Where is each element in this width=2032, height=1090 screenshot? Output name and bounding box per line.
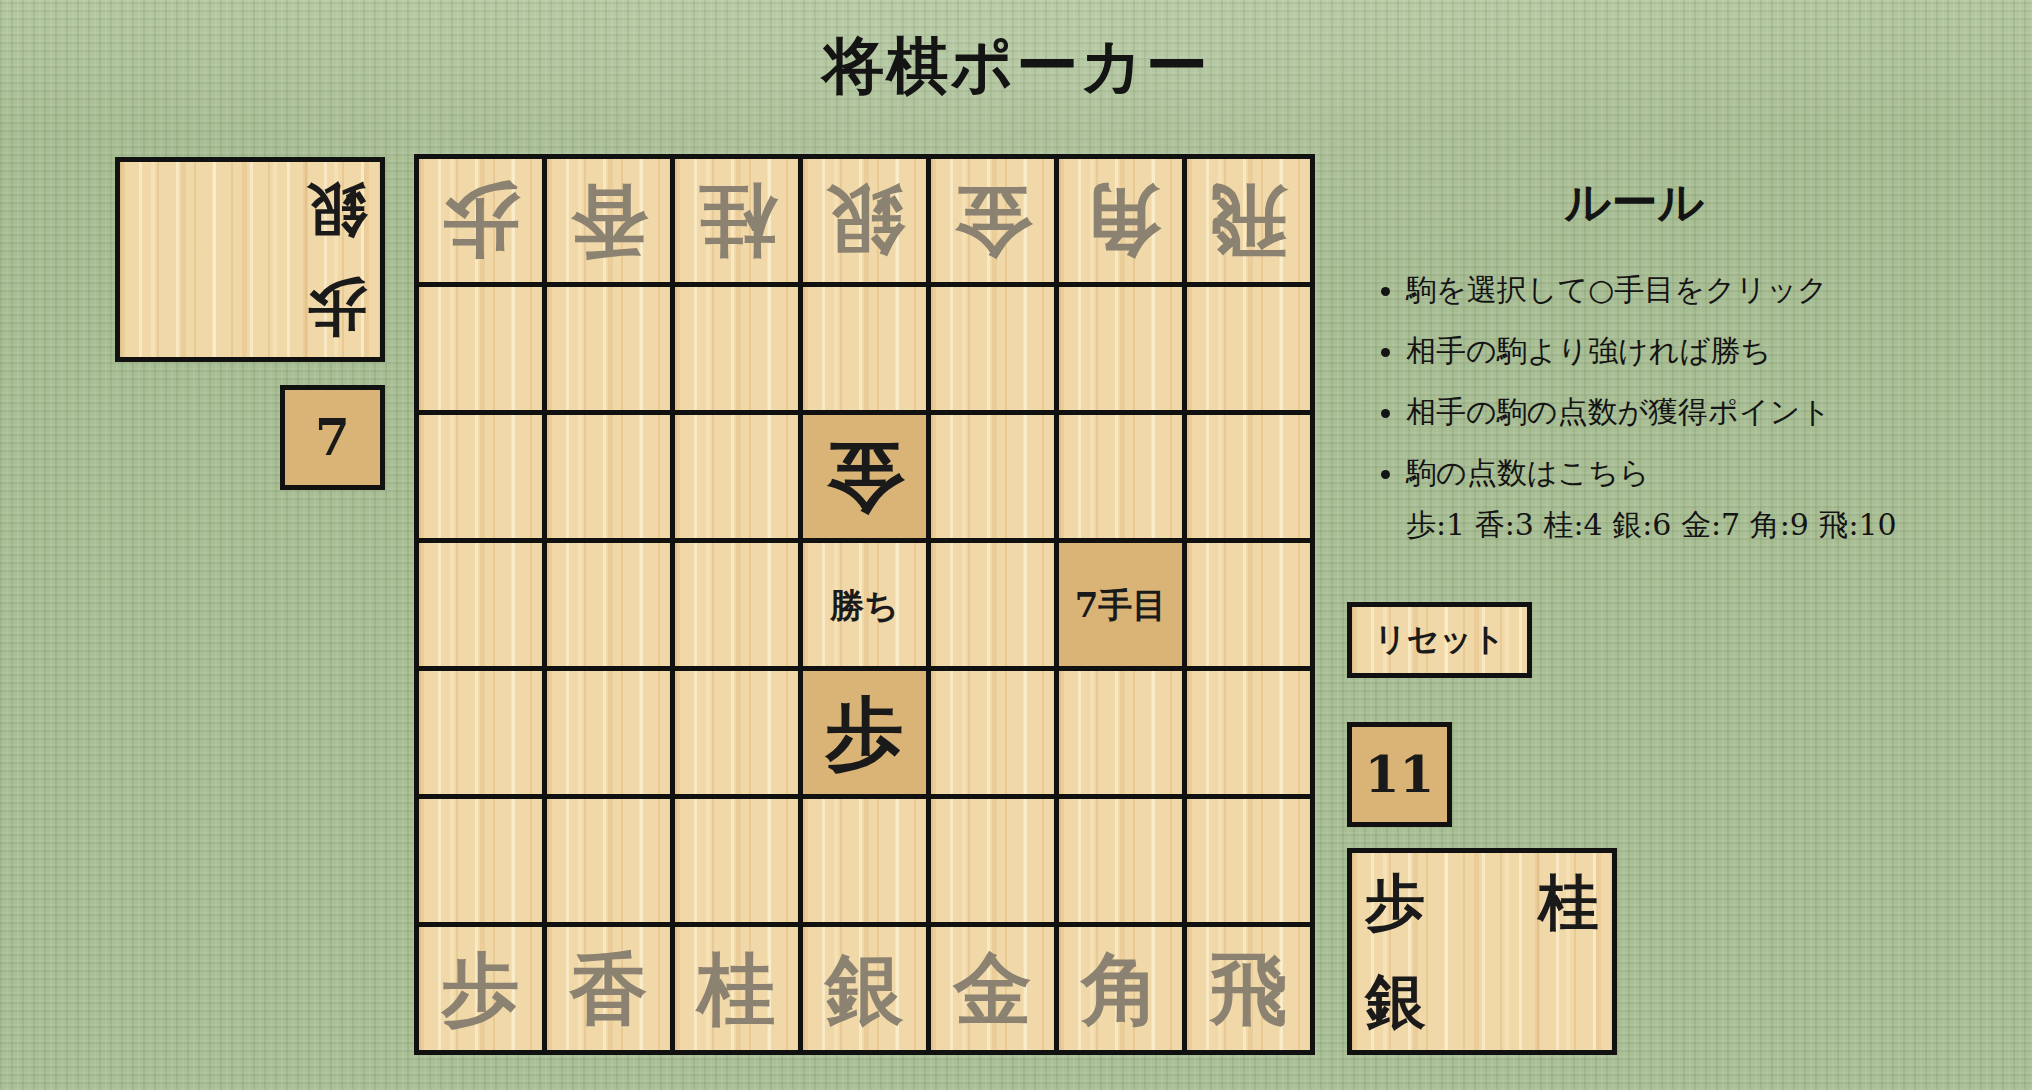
- cell-label-7手目: 7手目: [1075, 588, 1167, 622]
- piece-歩: 歩: [442, 182, 520, 260]
- piece-歩: 歩: [1365, 872, 1425, 932]
- board-cell-r6c0[interactable]: 歩: [419, 927, 547, 1055]
- board-cell-r0c3[interactable]: 銀: [803, 159, 931, 287]
- board-cell-r5c3[interactable]: [803, 799, 931, 927]
- opponent-score-box: 7: [280, 385, 385, 490]
- rule-item-1: 駒を選択して○手目をクリック: [1406, 272, 2032, 308]
- piece-歩: 歩: [307, 278, 367, 338]
- page-title: 将棋ポーカー: [823, 24, 1210, 108]
- board-cell-r1c0[interactable]: [419, 287, 547, 415]
- piece-飛: 飛: [1210, 182, 1288, 260]
- board-cell-r3c6[interactable]: [1187, 543, 1315, 671]
- board-cell-r1c6[interactable]: [1187, 287, 1315, 415]
- board-cell-r3c0[interactable]: [419, 543, 547, 671]
- rule-text-4: 駒の点数はこちら: [1406, 455, 1650, 490]
- opponent-tray-slot-r1c1: [207, 260, 294, 358]
- opponent-tray-slot-r1c2[interactable]: 歩: [293, 260, 380, 358]
- piece-歩: 歩: [826, 694, 904, 772]
- rule-text-2: 相手の駒より強ければ勝ち: [1406, 333, 1771, 368]
- piece-金: 金: [954, 182, 1032, 260]
- board-cell-r1c3[interactable]: [803, 287, 931, 415]
- opponent-tray-slot-r0c1: [207, 162, 294, 260]
- player-tray-slot-r0c0[interactable]: 歩: [1352, 853, 1439, 952]
- board-cell-r0c4[interactable]: 金: [931, 159, 1059, 287]
- player-tray-slot-r1c1: [1439, 952, 1526, 1051]
- rule-text-3: 相手の駒の点数が獲得ポイント: [1406, 394, 1831, 429]
- opponent-tray-slot-r1c0: [120, 260, 207, 358]
- board-cell-r6c1[interactable]: 香: [547, 927, 675, 1055]
- board-cell-r0c5[interactable]: 角: [1059, 159, 1187, 287]
- player-tray-slot-r0c2[interactable]: 桂: [1525, 853, 1612, 952]
- player-tray-slot-r1c2: [1525, 952, 1612, 1051]
- board-cell-r2c6[interactable]: [1187, 415, 1315, 543]
- rule-item-3: 相手の駒の点数が獲得ポイント: [1406, 394, 2032, 430]
- piece-香: 香: [570, 182, 648, 260]
- board-cell-r3c3[interactable]: 勝ち: [803, 543, 931, 671]
- board-cell-r4c1[interactable]: [547, 671, 675, 799]
- board-cell-r2c0[interactable]: [419, 415, 547, 543]
- board-cell-r6c3[interactable]: 銀: [803, 927, 931, 1055]
- player-tray-slot-r0c1: [1439, 853, 1526, 952]
- board-cell-r4c5[interactable]: [1059, 671, 1187, 799]
- piece-銀: 銀: [307, 181, 367, 241]
- piece-飛: 飛: [1210, 950, 1288, 1028]
- board: 歩香桂銀金角飛金勝ち7手目歩歩香桂銀金角飛: [414, 154, 1315, 1055]
- board-cell-r0c0[interactable]: 歩: [419, 159, 547, 287]
- board-cell-r5c0[interactable]: [419, 799, 547, 927]
- board-cell-r5c1[interactable]: [547, 799, 675, 927]
- piece-銀: 銀: [826, 182, 904, 260]
- player-hand-tray: 歩桂銀: [1347, 848, 1617, 1055]
- piece-歩: 歩: [442, 950, 520, 1028]
- board-cell-r2c5[interactable]: [1059, 415, 1187, 543]
- board-cell-r3c2[interactable]: [675, 543, 803, 671]
- board-cell-r0c6[interactable]: 飛: [1187, 159, 1315, 287]
- board-cell-r0c2[interactable]: 桂: [675, 159, 803, 287]
- board-cell-r6c4[interactable]: 金: [931, 927, 1059, 1055]
- player-score-box: 11: [1347, 722, 1452, 827]
- page: { "game": "shogi-poker", "title": "将棋ポーカ…: [0, 0, 2032, 1090]
- board-cell-r6c2[interactable]: 桂: [675, 927, 803, 1055]
- piece-角: 角: [1082, 182, 1160, 260]
- piece-銀: 銀: [826, 950, 904, 1028]
- piece-桂: 桂: [698, 950, 776, 1028]
- board-cell-r5c5[interactable]: [1059, 799, 1187, 927]
- board-cell-r3c5[interactable]: 7手目: [1059, 543, 1187, 671]
- piece-桂: 桂: [1539, 872, 1599, 932]
- rule-item-4: 駒の点数はこちら 歩:1 香:3 桂:4 銀:6 金:7 角:9 飛:10: [1406, 455, 2032, 543]
- board-cell-r4c6[interactable]: [1187, 671, 1315, 799]
- reset-button[interactable]: リセット: [1347, 602, 1532, 678]
- cell-label-勝ち: 勝ち: [830, 588, 899, 622]
- board-cell-r1c5[interactable]: [1059, 287, 1187, 415]
- board-cell-r3c4[interactable]: [931, 543, 1059, 671]
- piece-金: 金: [826, 438, 904, 516]
- board-cell-r2c2[interactable]: [675, 415, 803, 543]
- rule-item-2: 相手の駒より強ければ勝ち: [1406, 333, 2032, 369]
- board-cell-r4c2[interactable]: [675, 671, 803, 799]
- board-cell-r1c2[interactable]: [675, 287, 803, 415]
- opponent-captured-tray: 銀歩: [115, 157, 385, 362]
- piece-香: 香: [570, 950, 648, 1028]
- piece-金: 金: [954, 950, 1032, 1028]
- board-cell-r1c4[interactable]: [931, 287, 1059, 415]
- piece-角: 角: [1082, 950, 1160, 1028]
- board-cell-r2c4[interactable]: [931, 415, 1059, 543]
- board-cell-r2c3[interactable]: 金: [803, 415, 931, 543]
- board-cell-r5c6[interactable]: [1187, 799, 1315, 927]
- board-cell-r5c2[interactable]: [675, 799, 803, 927]
- opponent-tray-slot-r0c0: [120, 162, 207, 260]
- rule-text-1: 駒を選択して○手目をクリック: [1406, 272, 1828, 307]
- board-cell-r2c1[interactable]: [547, 415, 675, 543]
- player-tray-slot-r1c0[interactable]: 銀: [1352, 952, 1439, 1051]
- board-cell-r0c1[interactable]: 香: [547, 159, 675, 287]
- piece-銀: 銀: [1365, 971, 1425, 1031]
- rules-heading: ルール: [1352, 172, 1917, 234]
- board-cell-r5c4[interactable]: [931, 799, 1059, 927]
- opponent-tray-slot-r0c2[interactable]: 銀: [293, 162, 380, 260]
- board-cell-r4c3[interactable]: 歩: [803, 671, 931, 799]
- board-cell-r6c5[interactable]: 角: [1059, 927, 1187, 1055]
- board-cell-r4c4[interactable]: [931, 671, 1059, 799]
- piece-points-line: 歩:1 香:3 桂:4 銀:6 金:7 角:9 飛:10: [1406, 507, 2032, 543]
- board-cell-r3c1[interactable]: [547, 543, 675, 671]
- piece-桂: 桂: [698, 182, 776, 260]
- board-cell-r1c1[interactable]: [547, 287, 675, 415]
- board-cell-r6c6[interactable]: 飛: [1187, 927, 1315, 1055]
- rules-list: 駒を選択して○手目をクリック 相手の駒より強ければ勝ち 相手の駒の点数が獲得ポイ…: [1362, 272, 2032, 568]
- board-cell-r4c0[interactable]: [419, 671, 547, 799]
